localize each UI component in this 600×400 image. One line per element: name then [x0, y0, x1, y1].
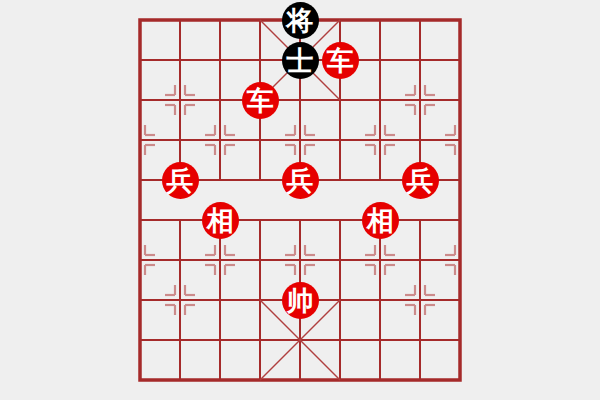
point-f3r5[interactable] [240, 200, 280, 240]
point-f4r1[interactable]: 士 [280, 40, 320, 80]
piece-red-soldier[interactable]: 兵 [162, 162, 199, 199]
point-f7r2[interactable] [400, 80, 440, 120]
xiangqi-board: 将士车车兵兵兵相相帅 [120, 0, 480, 400]
point-f0r7[interactable] [120, 280, 160, 320]
point-f6r2[interactable] [360, 80, 400, 120]
point-f8r1[interactable] [440, 40, 480, 80]
point-f4r6[interactable] [280, 240, 320, 280]
point-f6r3[interactable] [360, 120, 400, 160]
point-f7r0[interactable] [400, 0, 440, 40]
piece-red-chariot[interactable]: 车 [242, 82, 279, 119]
point-f1r5[interactable] [160, 200, 200, 240]
point-f5r5[interactable] [320, 200, 360, 240]
point-f5r0[interactable] [320, 0, 360, 40]
point-f4r5[interactable] [280, 200, 320, 240]
point-f4r3[interactable] [280, 120, 320, 160]
point-f4r4[interactable]: 兵 [280, 160, 320, 200]
point-f4r0[interactable]: 将 [280, 0, 320, 40]
point-f0r9[interactable] [120, 360, 160, 400]
point-f3r3[interactable] [240, 120, 280, 160]
piece-black-general[interactable]: 将 [282, 2, 319, 39]
point-f0r0[interactable] [120, 0, 160, 40]
point-f8r9[interactable] [440, 360, 480, 400]
piece-red-soldier[interactable]: 兵 [402, 162, 439, 199]
point-f7r1[interactable] [400, 40, 440, 80]
point-f8r5[interactable] [440, 200, 480, 240]
point-f6r7[interactable] [360, 280, 400, 320]
point-f2r6[interactable] [200, 240, 240, 280]
point-f3r6[interactable] [240, 240, 280, 280]
point-f3r0[interactable] [240, 0, 280, 40]
point-f8r2[interactable] [440, 80, 480, 120]
point-f7r8[interactable] [400, 320, 440, 360]
point-f1r9[interactable] [160, 360, 200, 400]
point-f3r9[interactable] [240, 360, 280, 400]
point-f4r2[interactable] [280, 80, 320, 120]
point-f1r2[interactable] [160, 80, 200, 120]
point-f6r8[interactable] [360, 320, 400, 360]
point-f4r7[interactable]: 帅 [280, 280, 320, 320]
piece-red-soldier[interactable]: 兵 [282, 162, 319, 199]
piece-red-elephant[interactable]: 相 [362, 202, 399, 239]
point-f8r0[interactable] [440, 0, 480, 40]
point-f2r5[interactable]: 相 [200, 200, 240, 240]
point-f3r2[interactable]: 车 [240, 80, 280, 120]
point-f1r0[interactable] [160, 0, 200, 40]
point-f2r2[interactable] [200, 80, 240, 120]
point-f4r9[interactable] [280, 360, 320, 400]
point-f8r6[interactable] [440, 240, 480, 280]
point-f3r8[interactable] [240, 320, 280, 360]
point-f2r9[interactable] [200, 360, 240, 400]
point-f3r4[interactable] [240, 160, 280, 200]
point-f0r4[interactable] [120, 160, 160, 200]
point-f8r7[interactable] [440, 280, 480, 320]
point-f6r0[interactable] [360, 0, 400, 40]
point-f5r1[interactable]: 车 [320, 40, 360, 80]
point-f0r5[interactable] [120, 200, 160, 240]
point-f7r4[interactable]: 兵 [400, 160, 440, 200]
point-f2r3[interactable] [200, 120, 240, 160]
point-f3r1[interactable] [240, 40, 280, 80]
xiangqi-app: 将士车车兵兵兵相相帅 [0, 0, 600, 400]
point-f0r8[interactable] [120, 320, 160, 360]
point-f7r9[interactable] [400, 360, 440, 400]
point-f4r8[interactable] [280, 320, 320, 360]
piece-black-advisor[interactable]: 士 [282, 42, 319, 79]
point-f6r4[interactable] [360, 160, 400, 200]
point-f5r3[interactable] [320, 120, 360, 160]
point-f5r8[interactable] [320, 320, 360, 360]
point-f5r4[interactable] [320, 160, 360, 200]
point-f2r7[interactable] [200, 280, 240, 320]
point-f8r3[interactable] [440, 120, 480, 160]
point-f2r8[interactable] [200, 320, 240, 360]
point-f7r6[interactable] [400, 240, 440, 280]
point-f0r2[interactable] [120, 80, 160, 120]
point-f6r5[interactable]: 相 [360, 200, 400, 240]
point-f2r0[interactable] [200, 0, 240, 40]
point-f0r1[interactable] [120, 40, 160, 80]
piece-red-general[interactable]: 帅 [282, 282, 319, 319]
point-f1r1[interactable] [160, 40, 200, 80]
point-f8r8[interactable] [440, 320, 480, 360]
point-f7r5[interactable] [400, 200, 440, 240]
point-f6r1[interactable] [360, 40, 400, 80]
point-f0r6[interactable] [120, 240, 160, 280]
point-f1r4[interactable]: 兵 [160, 160, 200, 200]
point-f7r3[interactable] [400, 120, 440, 160]
piece-red-chariot[interactable]: 车 [322, 42, 359, 79]
point-f5r6[interactable] [320, 240, 360, 280]
point-f2r4[interactable] [200, 160, 240, 200]
point-f2r1[interactable] [200, 40, 240, 80]
point-f1r7[interactable] [160, 280, 200, 320]
point-f1r3[interactable] [160, 120, 200, 160]
point-f0r3[interactable] [120, 120, 160, 160]
point-f7r7[interactable] [400, 280, 440, 320]
point-f5r2[interactable] [320, 80, 360, 120]
point-f6r9[interactable] [360, 360, 400, 400]
point-f6r6[interactable] [360, 240, 400, 280]
point-f3r7[interactable] [240, 280, 280, 320]
point-f1r6[interactable] [160, 240, 200, 280]
point-f5r7[interactable] [320, 280, 360, 320]
point-f8r4[interactable] [440, 160, 480, 200]
point-f5r9[interactable] [320, 360, 360, 400]
piece-red-elephant[interactable]: 相 [202, 202, 239, 239]
point-f1r8[interactable] [160, 320, 200, 360]
